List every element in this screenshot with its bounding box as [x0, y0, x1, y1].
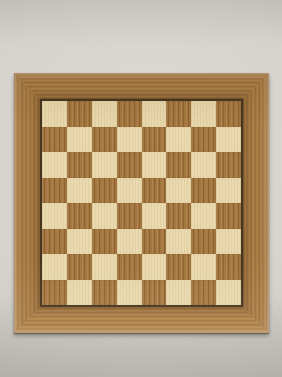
square-f2[interactable] — [166, 254, 191, 280]
square-g5[interactable] — [191, 178, 216, 204]
square-b4[interactable] — [67, 203, 92, 229]
square-a2[interactable] — [42, 254, 67, 280]
square-f6[interactable] — [166, 152, 191, 178]
square-g1[interactable] — [191, 280, 216, 306]
square-a4[interactable] — [42, 203, 67, 229]
square-h2[interactable] — [216, 254, 241, 280]
square-f7[interactable] — [166, 127, 191, 153]
square-c1[interactable] — [92, 280, 117, 306]
chessboard — [14, 73, 269, 333]
square-b2[interactable] — [67, 254, 92, 280]
frame-left-rail — [14, 73, 40, 333]
square-b5[interactable] — [67, 178, 92, 204]
square-d3[interactable] — [117, 229, 142, 255]
square-a6[interactable] — [42, 152, 67, 178]
square-e1[interactable] — [142, 280, 167, 306]
square-f5[interactable] — [166, 178, 191, 204]
square-e5[interactable] — [142, 178, 167, 204]
square-c3[interactable] — [92, 229, 117, 255]
square-a5[interactable] — [42, 178, 67, 204]
square-c7[interactable] — [92, 127, 117, 153]
square-h6[interactable] — [216, 152, 241, 178]
square-g6[interactable] — [191, 152, 216, 178]
photo-background — [0, 0, 282, 377]
square-h1[interactable] — [216, 280, 241, 306]
square-f8[interactable] — [166, 101, 191, 127]
square-b8[interactable] — [67, 101, 92, 127]
square-a1[interactable] — [42, 280, 67, 306]
square-e7[interactable] — [142, 127, 167, 153]
square-f3[interactable] — [166, 229, 191, 255]
frame-bottom-rail — [14, 307, 269, 333]
square-a7[interactable] — [42, 127, 67, 153]
square-h5[interactable] — [216, 178, 241, 204]
square-e8[interactable] — [142, 101, 167, 127]
square-e4[interactable] — [142, 203, 167, 229]
square-h3[interactable] — [216, 229, 241, 255]
square-e6[interactable] — [142, 152, 167, 178]
square-h7[interactable] — [216, 127, 241, 153]
square-h8[interactable] — [216, 101, 241, 127]
square-d2[interactable] — [117, 254, 142, 280]
square-d7[interactable] — [117, 127, 142, 153]
frame-top-rail — [14, 73, 269, 99]
square-b6[interactable] — [67, 152, 92, 178]
square-c2[interactable] — [92, 254, 117, 280]
square-g3[interactable] — [191, 229, 216, 255]
square-d4[interactable] — [117, 203, 142, 229]
square-e2[interactable] — [142, 254, 167, 280]
square-a3[interactable] — [42, 229, 67, 255]
square-d1[interactable] — [117, 280, 142, 306]
square-d5[interactable] — [117, 178, 142, 204]
square-h4[interactable] — [216, 203, 241, 229]
chessboard-grid — [42, 101, 241, 305]
square-d8[interactable] — [117, 101, 142, 127]
square-g7[interactable] — [191, 127, 216, 153]
square-d6[interactable] — [117, 152, 142, 178]
square-c4[interactable] — [92, 203, 117, 229]
square-b3[interactable] — [67, 229, 92, 255]
square-b1[interactable] — [67, 280, 92, 306]
square-e3[interactable] — [142, 229, 167, 255]
square-f4[interactable] — [166, 203, 191, 229]
board-inlay-border — [40, 99, 243, 307]
square-g2[interactable] — [191, 254, 216, 280]
square-c6[interactable] — [92, 152, 117, 178]
square-b7[interactable] — [67, 127, 92, 153]
frame-right-rail — [243, 73, 269, 333]
square-c8[interactable] — [92, 101, 117, 127]
square-g4[interactable] — [191, 203, 216, 229]
square-g8[interactable] — [191, 101, 216, 127]
square-f1[interactable] — [166, 280, 191, 306]
square-a8[interactable] — [42, 101, 67, 127]
square-c5[interactable] — [92, 178, 117, 204]
